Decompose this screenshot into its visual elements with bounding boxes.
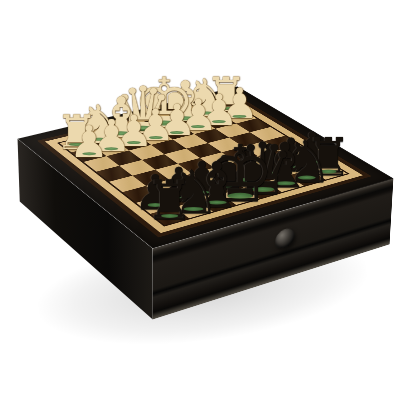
chess-scene <box>0 0 400 400</box>
chess-box <box>18 86 394 248</box>
drawer-knob[interactable] <box>275 226 295 251</box>
product-photo-stage: ♜♞♝♛♚♝♞♜♟♟♟♟♟♟♟♟♟♟♟♟♟♟♟♟♜♞♝♚♛♝♞♜ <box>0 0 400 400</box>
